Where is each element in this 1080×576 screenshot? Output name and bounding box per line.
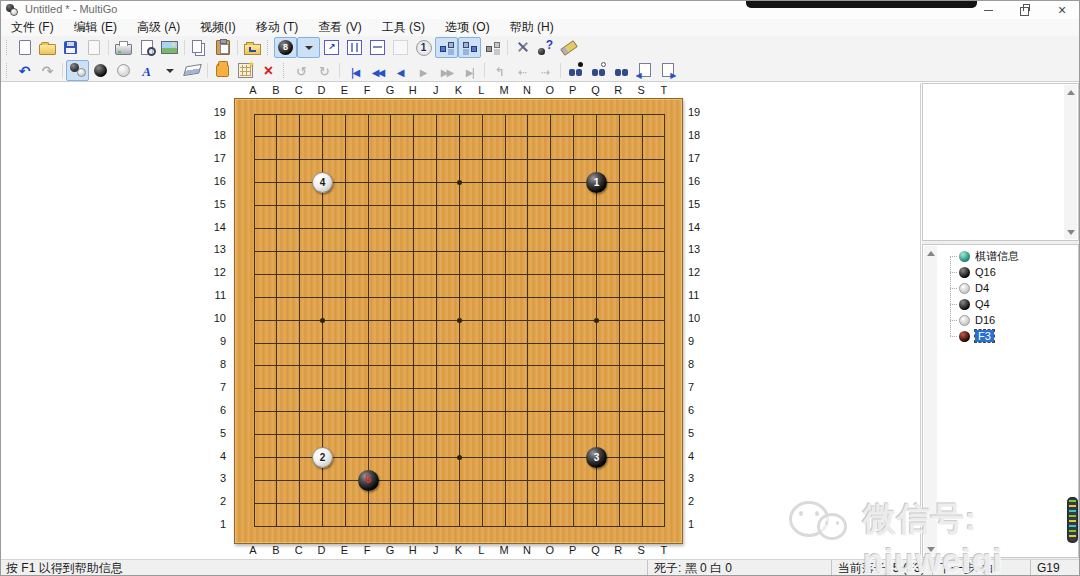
nav-first-icon — [351, 61, 358, 80]
grid-line — [642, 114, 643, 527]
grid-line — [254, 388, 666, 389]
star-point — [320, 318, 325, 323]
tree-item-label: Q4 — [975, 298, 990, 310]
copy-icon — [192, 40, 202, 53]
coordinate-label: O — [546, 84, 555, 96]
setup-position-icon — [238, 63, 253, 78]
coordinate-label: 13 — [206, 243, 226, 255]
coordinate-label: K — [455, 544, 462, 556]
coordinate-label: B — [272, 544, 279, 556]
black-stone-icon — [959, 267, 970, 278]
grid-line — [619, 114, 620, 527]
menu-bar: 文件 (F)编辑 (E)高级 (A)视频(I)移动 (T)查看 (V)工具 (S… — [1, 19, 1079, 36]
coordinate-label: H — [409, 544, 417, 556]
toolbar-grip — [6, 40, 10, 55]
next-comment-icon — [662, 63, 674, 77]
rotate-left-icon — [296, 61, 307, 80]
restore-button[interactable] — [1009, 1, 1039, 19]
coordinate-label: S — [637, 84, 644, 96]
branch-next-button — [534, 60, 557, 81]
coordinate-label: 16 — [688, 175, 708, 187]
star-point — [457, 455, 462, 460]
find-button[interactable] — [610, 60, 633, 81]
coordinate-label: 2 — [206, 495, 226, 507]
coordinate-label: 19 — [688, 106, 708, 118]
nav-back-button[interactable] — [389, 60, 412, 81]
grid-line — [254, 503, 666, 504]
new-file-icon — [19, 40, 31, 55]
coordinate-label: 3 — [688, 472, 708, 484]
coordinate-label: R — [614, 544, 622, 556]
save-file-icon — [64, 41, 77, 54]
print-icon — [115, 44, 132, 55]
branch-up-icon — [494, 61, 504, 80]
tree-item-label: Q16 — [975, 266, 996, 278]
coordinate-label: 15 — [688, 198, 708, 210]
current-stone-icon — [959, 331, 970, 342]
grid-line — [254, 343, 666, 344]
coordinate-label: 2 — [688, 495, 708, 507]
board-panel: 12345 AABBCCDDEEFFGGHHJJKKLLMMNNOOPPQQRR… — [1, 83, 921, 559]
app-icon — [6, 4, 18, 16]
coordinate-label: 14 — [206, 221, 226, 233]
coordinate-label: 17 — [688, 152, 708, 164]
split-view-icon — [347, 40, 362, 55]
coordinate-label: 4 — [688, 450, 708, 462]
tree-connector — [950, 288, 957, 289]
toolbar-grip — [6, 63, 10, 78]
tree-layout-b-icon — [462, 41, 478, 54]
coordinate-label: 6 — [688, 404, 708, 416]
brush-button[interactable] — [557, 37, 580, 58]
menu-item-5[interactable]: 移动 (T) — [246, 19, 309, 36]
coordinate-label: A — [249, 84, 256, 96]
coordinate-label: 14 — [688, 221, 708, 233]
coordinate-label: 4 — [206, 450, 226, 462]
grid-line — [482, 114, 483, 527]
toolbar-sep — [62, 63, 63, 78]
next-comment-button[interactable] — [656, 60, 679, 81]
find-icon — [614, 64, 629, 76]
coordinate-label: 3 — [206, 472, 226, 484]
toolbar-sep — [339, 63, 340, 78]
tree-item-Q16[interactable]: Q16 — [950, 265, 996, 279]
tree-connector — [950, 304, 957, 305]
tree-connector — [950, 272, 957, 273]
coordinate-label: 12 — [688, 266, 708, 278]
coordinate-label: G — [386, 84, 395, 96]
scroll-down-icon[interactable] — [1064, 225, 1077, 239]
coordinate-label: 19 — [206, 106, 226, 118]
coordinate-label: 13 — [688, 243, 708, 255]
nav-first-button[interactable] — [343, 60, 366, 81]
tree-item-F3[interactable]: F3 — [950, 329, 994, 343]
multigo-window: Untitled * - MultiGo 文件 (F)编辑 (E)高级 (A)视… — [0, 0, 1080, 576]
coordinate-label: D — [318, 544, 326, 556]
toolbar-sep — [237, 40, 238, 55]
stone-Q16[interactable]: 1 — [586, 172, 607, 193]
nav-back-icon — [397, 61, 405, 80]
toolbar-main: 8 — [1, 36, 1079, 59]
coordinate-label: D — [318, 84, 326, 96]
tree-item-D4[interactable]: D4 — [950, 281, 989, 295]
branch-next-icon — [541, 61, 550, 80]
export-image-icon — [161, 41, 178, 54]
number-one-button[interactable] — [412, 37, 435, 58]
print-button[interactable] — [112, 37, 135, 58]
goto-move-icon — [324, 40, 339, 55]
tree-layout-b-button[interactable] — [458, 37, 481, 58]
root-stone-icon — [959, 251, 970, 262]
move-numbers-icon: 8 — [278, 40, 293, 55]
empty-box-button — [389, 37, 412, 58]
coordinate-label: 5 — [206, 427, 226, 439]
white-stone-icon — [117, 64, 130, 77]
dashed-box-icon — [370, 40, 385, 55]
alternate-play-icon — [69, 63, 86, 77]
grid-line — [254, 411, 666, 412]
move-numbers-dropdown-button[interactable] — [297, 37, 320, 58]
scroll-up-icon[interactable] — [924, 246, 937, 260]
coordinate-label: T — [661, 84, 668, 96]
copy-button[interactable] — [188, 37, 211, 58]
status-bar: 按 F1 以得到帮助信息 死子: 黑 0 白 0 当前落子: 5 (F3) 下一… — [1, 559, 1080, 576]
branch-up-button — [488, 60, 511, 81]
coordinate-label: G — [386, 544, 395, 556]
undo-button[interactable] — [13, 60, 36, 81]
save-file-button[interactable] — [59, 37, 82, 58]
tree-item-棋谱信息[interactable]: 棋谱信息 — [950, 249, 1019, 263]
paste-button[interactable] — [211, 37, 234, 58]
title-bar: Untitled * - MultiGo — [1, 1, 1079, 19]
coordinate-label: 9 — [688, 335, 708, 347]
coordinate-label: N — [523, 84, 531, 96]
toolbar-sep — [108, 40, 109, 55]
menu-item-8[interactable]: 选项 (O) — [435, 19, 500, 36]
tree-connector — [950, 320, 957, 321]
number-one-icon — [416, 40, 432, 56]
coordinate-label: J — [433, 84, 439, 96]
rotate-right-icon — [319, 61, 330, 80]
grid-line — [505, 114, 506, 527]
pan-hand-icon — [216, 63, 229, 77]
coordinate-label: C — [295, 84, 303, 96]
label-a-button[interactable] — [135, 60, 158, 81]
undo-icon — [19, 61, 31, 80]
toolbar-sep — [507, 40, 508, 55]
grid-line — [254, 365, 666, 366]
tree-item-D16[interactable]: D16 — [950, 313, 995, 327]
tools-button[interactable] — [511, 37, 534, 58]
delete-node-button[interactable] — [257, 60, 280, 81]
stone-D16[interactable]: 4 — [312, 172, 333, 193]
scroll-up-icon[interactable] — [1064, 85, 1077, 99]
tree-layout-c-icon — [485, 41, 501, 54]
game-properties-icon — [244, 44, 261, 55]
eraser-button[interactable] — [181, 60, 204, 81]
eraser-icon — [183, 64, 202, 76]
scroll-down-icon[interactable] — [924, 542, 937, 556]
nav-fast-forward-button — [435, 60, 458, 81]
minimize-button[interactable] — [973, 1, 1003, 19]
black-stone-icon — [959, 299, 970, 310]
coordinate-label: M — [500, 544, 509, 556]
branch-prev-icon — [518, 61, 527, 80]
grid-line — [550, 114, 551, 527]
coordinate-label: 8 — [206, 358, 226, 370]
tree-item-Q4[interactable]: Q4 — [950, 297, 990, 311]
white-stone-icon — [959, 315, 970, 326]
status-next-turn: 下一步: 白 — [932, 560, 1028, 576]
coordinate-label: 15 — [206, 198, 226, 210]
coordinate-label: 6 — [206, 404, 226, 416]
restore-icon — [1020, 7, 1029, 16]
move-tree-panel: 棋谱信息Q16D4Q4D16F3 — [922, 244, 1079, 558]
branch-prev-button — [511, 60, 534, 81]
rotate-right-button — [313, 60, 336, 81]
toolbar-sep — [560, 63, 561, 78]
coordinate-label: 16 — [206, 175, 226, 187]
coordinate-label: M — [500, 84, 509, 96]
dashed-box-button[interactable] — [366, 37, 389, 58]
coordinate-label: 18 — [206, 129, 226, 141]
right-panel: 棋谱信息Q16D4Q4D16F3 — [922, 83, 1080, 559]
alternate-play-button[interactable] — [66, 60, 89, 81]
coordinate-label: P — [569, 544, 576, 556]
coordinate-label: R — [614, 84, 622, 96]
coordinate-label: 1 — [688, 518, 708, 530]
grid-line — [254, 526, 666, 527]
comment-panel[interactable] — [922, 83, 1079, 241]
coordinate-label: Q — [591, 84, 600, 96]
toolbar-sep — [484, 63, 485, 78]
nav-last-icon — [466, 61, 473, 80]
menu-item-6[interactable]: 查看 (V) — [308, 19, 371, 36]
coordinate-label: B — [272, 84, 279, 96]
find-white-button[interactable] — [587, 60, 610, 81]
save-as-icon — [88, 40, 100, 55]
move-numbers-button[interactable]: 8 — [274, 37, 297, 58]
coordinate-label: S — [637, 544, 644, 556]
status-captures: 死子: 黑 0 白 0 — [647, 560, 829, 576]
export-image-button[interactable] — [158, 37, 181, 58]
coordinate-label: F — [364, 544, 371, 556]
grid-line — [254, 434, 666, 435]
coordinate-label: Q — [591, 544, 600, 556]
game-properties-button[interactable] — [241, 37, 264, 58]
grid-line — [254, 480, 666, 481]
overlay-bar — [746, 1, 977, 8]
toolbar-sep — [184, 40, 185, 55]
move-numbers-dropdown-icon — [305, 40, 313, 55]
tools-icon — [515, 40, 530, 55]
nav-fast-forward-icon — [441, 61, 452, 80]
tree-layout-a-icon — [439, 41, 455, 54]
menu-item-7[interactable]: 工具 (S) — [372, 19, 435, 36]
coordinate-label: 1 — [206, 518, 226, 530]
toolbar-grip — [283, 63, 287, 78]
star-point — [457, 180, 462, 185]
star-point — [457, 318, 462, 323]
stone-Q4[interactable]: 3 — [586, 447, 607, 468]
grid-line — [573, 114, 574, 527]
prev-comment-button[interactable] — [633, 60, 656, 81]
status-help: 按 F1 以得到帮助信息 — [1, 560, 641, 576]
coordinate-label: 7 — [206, 381, 226, 393]
grid-line — [527, 114, 528, 527]
empty-box-icon — [393, 40, 408, 55]
coordinate-label: 7 — [688, 381, 708, 393]
menu-item-9[interactable]: 帮助 (H) — [500, 19, 564, 36]
find-white-icon — [591, 64, 606, 76]
coordinate-label: 5 — [688, 427, 708, 439]
brush-icon — [560, 40, 578, 56]
split-view-button[interactable] — [343, 37, 366, 58]
black-stone-button[interactable] — [89, 60, 112, 81]
go-board[interactable]: 12345 — [234, 98, 683, 544]
coordinate-label: 9 — [206, 335, 226, 347]
redo-icon — [42, 61, 54, 80]
coordinate-label: H — [409, 84, 417, 96]
tree-connector — [950, 336, 957, 337]
coordinate-label: 17 — [206, 152, 226, 164]
coordinate-label: L — [478, 84, 484, 96]
coordinate-label: 12 — [206, 266, 226, 278]
delete-node-icon — [264, 61, 273, 80]
close-button[interactable] — [1045, 1, 1079, 19]
coordinate-label: C — [295, 544, 303, 556]
rotate-left-button — [290, 60, 313, 81]
tree-item-label: 棋谱信息 — [975, 249, 1019, 264]
prev-comment-icon — [639, 63, 651, 77]
coordinate-label: N — [523, 544, 531, 556]
label-dropdown-button[interactable] — [158, 60, 181, 81]
context-help-icon — [538, 40, 553, 56]
white-stone-icon — [959, 283, 970, 294]
label-dropdown-icon — [166, 63, 174, 78]
status-hover-coord: G19 — [1030, 560, 1080, 576]
coordinate-label: 11 — [688, 289, 708, 301]
tree-item-label: D16 — [975, 314, 995, 326]
coordinate-label: J — [433, 544, 439, 556]
pan-hand-button[interactable] — [211, 60, 234, 81]
coordinate-label: 18 — [688, 129, 708, 141]
tree-item-label: F3 — [975, 330, 994, 342]
nav-last-button — [458, 60, 481, 81]
stone-F3[interactable]: 5 — [358, 470, 379, 491]
coordinate-label: T — [661, 544, 668, 556]
open-file-button[interactable] — [36, 37, 59, 58]
star-point — [594, 318, 599, 323]
coordinate-label: E — [341, 544, 348, 556]
coordinate-label: 11 — [206, 289, 226, 301]
goto-move-button[interactable] — [320, 37, 343, 58]
paste-icon — [216, 40, 230, 55]
save-as-button — [82, 37, 105, 58]
coordinate-label: L — [478, 544, 484, 556]
tree-layout-a-button[interactable] — [435, 37, 458, 58]
stone-D4[interactable]: 2 — [312, 447, 333, 468]
nav-forward-icon — [420, 61, 428, 80]
window-title: Untitled * - MultiGo — [25, 3, 117, 15]
coordinate-label: 8 — [688, 358, 708, 370]
menu-item-2[interactable]: 编辑 (E) — [64, 19, 127, 36]
find-black-button[interactable] — [564, 60, 587, 81]
toolbar-grip — [267, 40, 271, 55]
toolbar-edit — [1, 59, 1079, 82]
coordinate-label: 10 — [688, 312, 708, 324]
grid-line — [664, 114, 665, 527]
coordinate-label: 10 — [206, 312, 226, 324]
white-stone-button[interactable] — [112, 60, 135, 81]
nav-fast-back-icon — [372, 61, 383, 80]
find-black-icon — [568, 64, 583, 76]
context-help-button[interactable] — [534, 37, 557, 58]
black-stone-icon — [94, 64, 107, 77]
coordinate-label: A — [249, 544, 256, 556]
tree-connector — [950, 256, 957, 257]
toolbar-sep — [207, 63, 208, 78]
comment-scrollbar[interactable] — [1064, 85, 1077, 239]
menu-item-4[interactable]: 视频(I) — [190, 19, 245, 36]
menu-item-3[interactable]: 高级 (A) — [127, 19, 190, 36]
coordinate-label: P — [569, 84, 576, 96]
nav-fast-back-button[interactable] — [366, 60, 389, 81]
tree-item-label: D4 — [975, 282, 989, 294]
open-file-icon — [39, 44, 56, 55]
redo-button — [36, 60, 59, 81]
coordinate-label: K — [455, 84, 462, 96]
tree-layout-c-button[interactable] — [481, 37, 504, 58]
coordinate-label: O — [546, 544, 555, 556]
tree-scrollbar[interactable] — [924, 246, 937, 556]
label-a-icon — [142, 61, 151, 80]
menu-item-1[interactable]: 文件 (F) — [1, 19, 64, 36]
setup-position-button[interactable] — [234, 60, 257, 81]
nav-forward-button — [412, 60, 435, 81]
new-file-button[interactable] — [13, 37, 36, 58]
status-current-move: 当前落子: 5 (F3) — [831, 560, 930, 576]
print-preview-icon — [141, 40, 153, 55]
coordinate-label: F — [364, 84, 371, 96]
print-preview-button[interactable] — [135, 37, 158, 58]
coordinate-label: E — [341, 84, 348, 96]
